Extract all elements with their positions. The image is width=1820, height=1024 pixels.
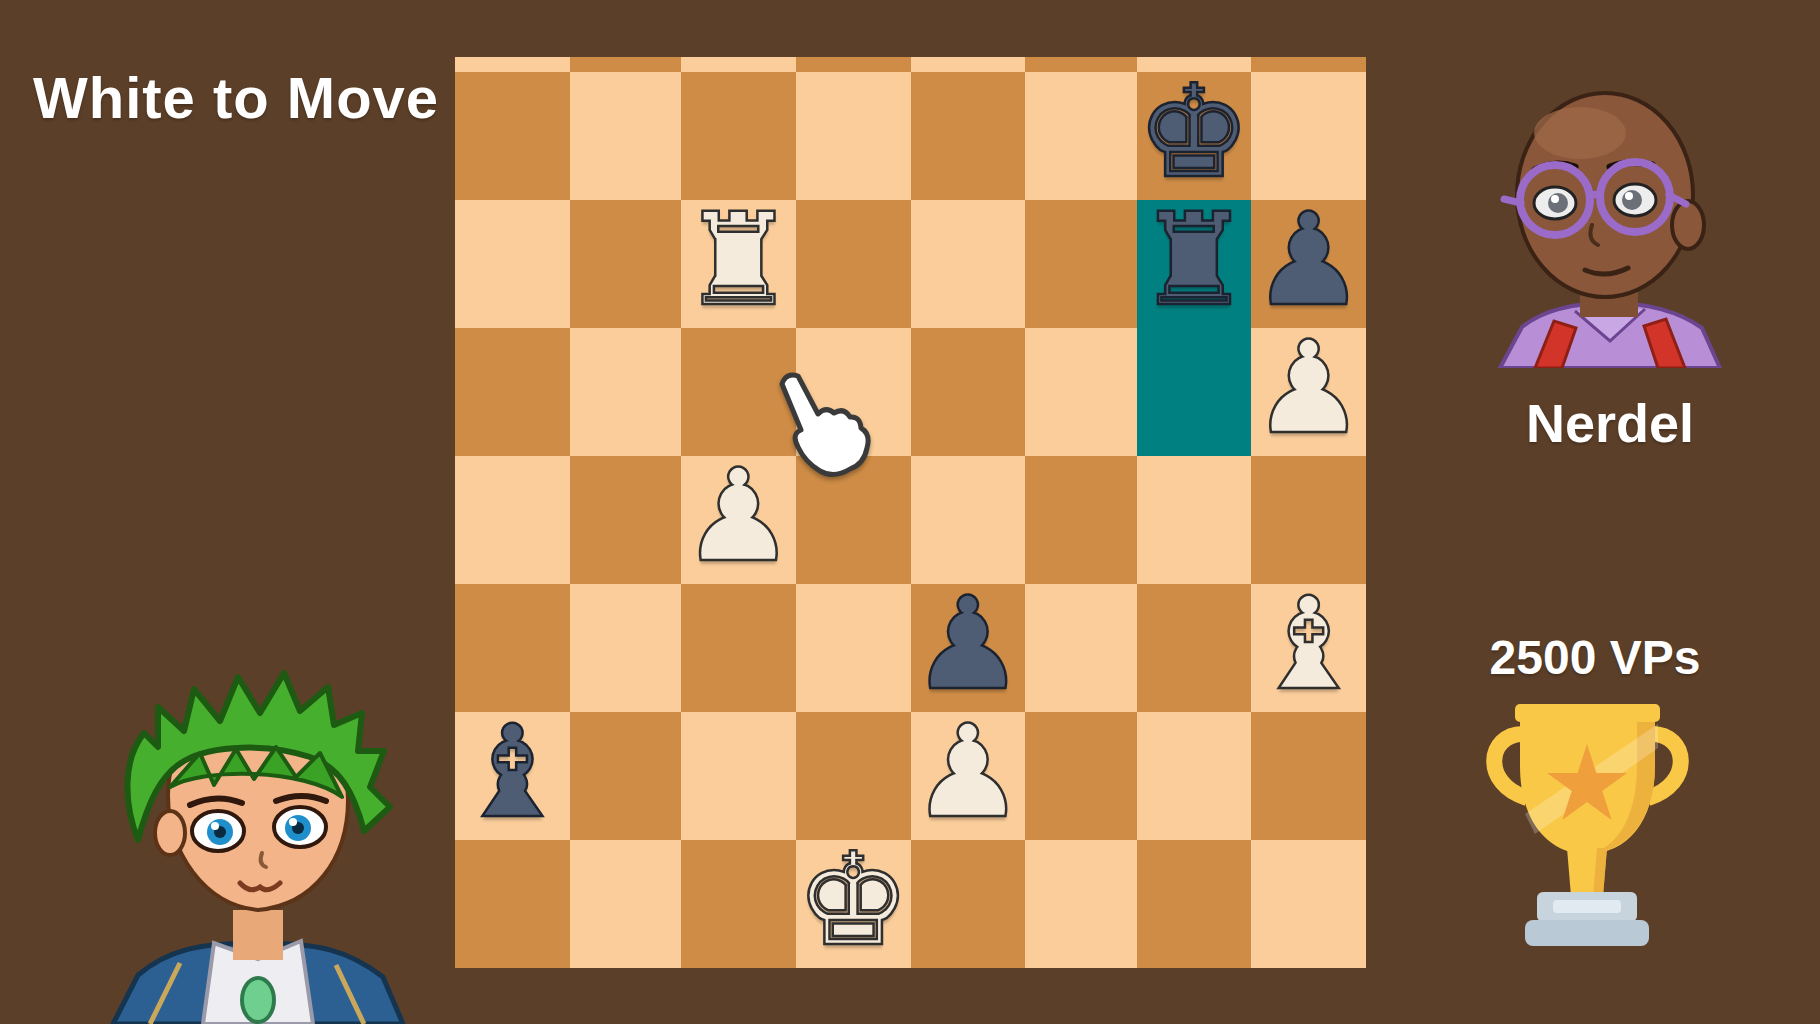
square-c6[interactable]: ♜	[681, 200, 796, 328]
square-d6[interactable]	[796, 200, 911, 328]
square-f1[interactable]	[1025, 840, 1136, 968]
square-f3[interactable]	[1025, 584, 1136, 712]
square-a8[interactable]	[455, 57, 570, 72]
square-a3[interactable]	[455, 584, 570, 712]
square-e8[interactable]	[911, 57, 1026, 72]
square-g7[interactable]: ♚	[1137, 72, 1252, 200]
hand-cursor-icon	[772, 372, 872, 482]
square-h2[interactable]	[1251, 712, 1366, 840]
square-b6[interactable]	[570, 200, 681, 328]
square-h7[interactable]	[1251, 72, 1366, 200]
square-g3[interactable]	[1137, 584, 1252, 712]
piece-white-bishop-h3[interactable]: ♝	[1251, 580, 1366, 708]
opponent-name: Nerdel	[1460, 392, 1760, 454]
square-e5[interactable]	[911, 328, 1026, 456]
square-h6[interactable]: ♟	[1251, 200, 1366, 328]
square-g4[interactable]	[1137, 456, 1252, 584]
square-a6[interactable]	[455, 200, 570, 328]
square-b7[interactable]	[570, 72, 681, 200]
square-b8[interactable]	[570, 57, 681, 72]
square-f7[interactable]	[1025, 72, 1136, 200]
player-avatar	[108, 655, 408, 1024]
square-g6[interactable]: ♜	[1137, 200, 1252, 328]
opponent-avatar	[1480, 75, 1740, 368]
piece-white-rook-c6[interactable]: ♜	[681, 196, 796, 324]
piece-black-king-g7[interactable]: ♚	[1137, 68, 1252, 196]
square-e4[interactable]	[911, 456, 1026, 584]
square-e6[interactable]	[911, 200, 1026, 328]
square-h3[interactable]: ♝	[1251, 584, 1366, 712]
square-b2[interactable]	[570, 712, 681, 840]
square-c3[interactable]	[681, 584, 796, 712]
piece-black-pawn-e3[interactable]: ♟	[911, 580, 1026, 708]
square-f2[interactable]	[1025, 712, 1136, 840]
square-h1[interactable]	[1251, 840, 1366, 968]
square-a4[interactable]	[455, 456, 570, 584]
square-g5[interactable]	[1137, 328, 1252, 456]
square-c2[interactable]	[681, 712, 796, 840]
piece-white-king-d1[interactable]: ♚	[796, 836, 911, 964]
square-d8[interactable]	[796, 57, 911, 72]
piece-white-pawn-e2[interactable]: ♟	[911, 708, 1026, 836]
square-a5[interactable]	[455, 328, 570, 456]
square-c1[interactable]	[681, 840, 796, 968]
square-f6[interactable]	[1025, 200, 1136, 328]
square-b3[interactable]	[570, 584, 681, 712]
square-b5[interactable]	[570, 328, 681, 456]
square-h4[interactable]	[1251, 456, 1366, 584]
square-d7[interactable]	[796, 72, 911, 200]
square-e7[interactable]	[911, 72, 1026, 200]
square-b4[interactable]	[570, 456, 681, 584]
square-e1[interactable]	[911, 840, 1026, 968]
piece-black-bishop-a2[interactable]: ♝	[455, 708, 570, 836]
square-f4[interactable]	[1025, 456, 1136, 584]
chess-board: ♚♜♜♟♟♟♟♝♝♟♚	[455, 57, 1366, 968]
square-b1[interactable]	[570, 840, 681, 968]
square-a2[interactable]: ♝	[455, 712, 570, 840]
piece-black-pawn-h6[interactable]: ♟	[1251, 196, 1366, 324]
square-c8[interactable]	[681, 57, 796, 72]
square-f5[interactable]	[1025, 328, 1136, 456]
square-g2[interactable]	[1137, 712, 1252, 840]
square-c7[interactable]	[681, 72, 796, 200]
square-e2[interactable]: ♟	[911, 712, 1026, 840]
game-screen: White to Move ♚♜♜♟♟♟♟♝♝♟♚ Nerdel 2500 VP…	[0, 0, 1820, 1024]
square-f8[interactable]	[1025, 57, 1136, 72]
square-d1[interactable]: ♚	[796, 840, 911, 968]
piece-black-rook-g6[interactable]: ♜	[1137, 196, 1252, 324]
square-h5[interactable]: ♟	[1251, 328, 1366, 456]
square-a7[interactable]	[455, 72, 570, 200]
square-e3[interactable]: ♟	[911, 584, 1026, 712]
square-a1[interactable]	[455, 840, 570, 968]
turn-indicator: White to Move	[33, 64, 439, 131]
trophy-icon	[1475, 696, 1700, 966]
square-g1[interactable]	[1137, 840, 1252, 968]
square-d3[interactable]	[796, 584, 911, 712]
square-d2[interactable]	[796, 712, 911, 840]
victory-points: 2500 VPs	[1462, 630, 1728, 685]
square-h8[interactable]	[1251, 57, 1366, 72]
piece-white-pawn-h5[interactable]: ♟	[1251, 324, 1366, 452]
